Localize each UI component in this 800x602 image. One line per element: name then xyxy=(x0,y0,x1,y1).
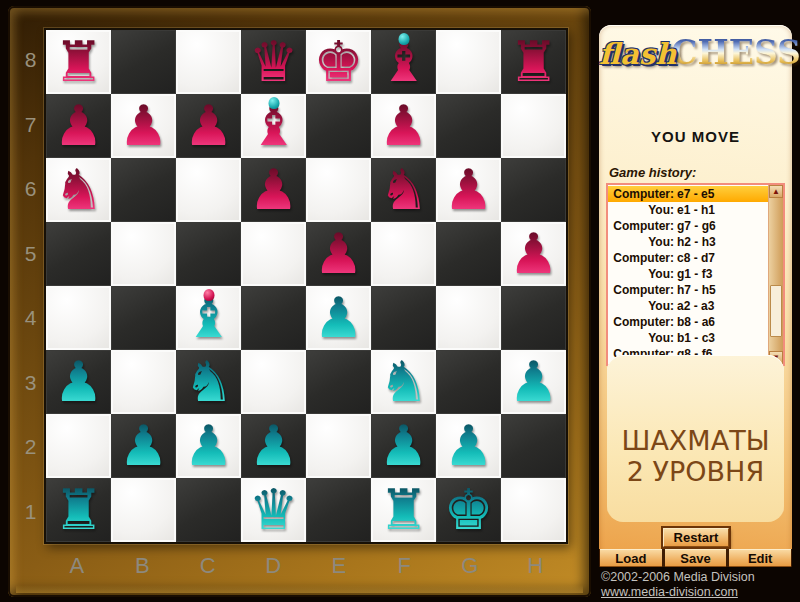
square-a4[interactable] xyxy=(46,286,111,350)
history-row-4[interactable]: Computer:c8 - d7 xyxy=(608,250,768,266)
rank-label-8: 8 xyxy=(17,28,44,93)
piece-cyan-pawn[interactable]: ♟ xyxy=(241,414,306,478)
square-f3[interactable]: ♞ xyxy=(371,350,436,414)
square-a1[interactable]: ♜ xyxy=(46,478,111,542)
history-row-player: You: xyxy=(608,203,674,217)
piece-cyan-rook[interactable]: ♜ xyxy=(46,478,111,542)
knight-glyph: ♞ xyxy=(183,354,233,410)
history-row-5[interactable]: You:g1 - f3 xyxy=(608,266,768,282)
pawn-glyph: ♟ xyxy=(313,290,363,346)
piece-cyan-knight[interactable]: ♞ xyxy=(371,350,436,414)
history-row-player: Computer: xyxy=(608,219,674,233)
rook-glyph: ♜ xyxy=(378,482,428,538)
history-row-move: b8 - a6 xyxy=(677,315,715,329)
rank-label-3: 3 xyxy=(17,351,44,416)
game-history-label: Game history: xyxy=(609,165,696,180)
save-button[interactable]: Save xyxy=(665,549,727,567)
square-a3[interactable]: ♟ xyxy=(46,350,111,414)
square-h4[interactable] xyxy=(501,286,566,350)
piece-red-king[interactable]: ♚ xyxy=(306,30,371,94)
history-row-move: c8 - d7 xyxy=(677,251,715,265)
pawn-glyph: ♟ xyxy=(183,418,233,474)
square-e6[interactable] xyxy=(306,158,371,222)
square-h1[interactable] xyxy=(501,478,566,542)
pawn-glyph: ♟ xyxy=(183,98,233,154)
history-row-8[interactable]: Computer:b8 - a6 xyxy=(608,314,768,330)
rook-glyph: ♜ xyxy=(53,34,103,90)
history-row-9[interactable]: You:b1 - c3 xyxy=(608,330,768,346)
square-c3[interactable]: ♞ xyxy=(176,350,241,414)
file-label-g: G xyxy=(437,550,503,582)
square-c8[interactable] xyxy=(176,30,241,94)
piece-red-pawn[interactable]: ♟ xyxy=(46,94,111,158)
history-row-move: e7 - e5 xyxy=(677,187,714,201)
history-row-move: b1 - c3 xyxy=(677,331,715,345)
square-f8[interactable]: ♝ xyxy=(371,30,436,94)
square-a5[interactable] xyxy=(46,222,111,286)
pawn-glyph: ♟ xyxy=(248,162,298,218)
square-h8[interactable]: ♜ xyxy=(501,30,566,94)
file-label-d: D xyxy=(241,550,307,582)
piece-red-pawn[interactable]: ♟ xyxy=(241,158,306,222)
square-a2[interactable] xyxy=(46,414,111,478)
history-row-player: You: xyxy=(608,267,674,281)
logo-flash-text: flash xyxy=(599,37,676,71)
rank-label-4: 4 xyxy=(17,286,44,351)
pawn-glyph: ♟ xyxy=(118,98,168,154)
history-row-player: Computer: xyxy=(608,251,674,265)
game-history-rows: Computer:e7 - e5You:e1 - h1Computer:g7 -… xyxy=(608,185,768,364)
square-e1[interactable] xyxy=(306,478,371,542)
square-c5[interactable] xyxy=(176,222,241,286)
level-banner-line1: ШАХМАТЫ xyxy=(607,425,784,456)
flashchess-app: 87654321 ♜♛♚♝♜♟♟♟♝♟♞♟♞♟♟♟♝♟♟♞♞♟♟♟♟♟♟♜♛♜♚… xyxy=(0,0,800,602)
game-history-listbox: Computer:e7 - e5You:e1 - h1Computer:g7 -… xyxy=(606,183,785,366)
rank-label-1: 1 xyxy=(17,480,44,545)
file-label-e: E xyxy=(306,550,372,582)
rank-label-6: 6 xyxy=(17,157,44,222)
copyright-text: ©2002-2006 Media Division xyxy=(601,570,755,585)
piece-red-pawn[interactable]: ♟ xyxy=(306,222,371,286)
square-d3[interactable] xyxy=(241,350,306,414)
piece-red-rook[interactable]: ♜ xyxy=(501,30,566,94)
rook-glyph: ♜ xyxy=(508,34,558,90)
pawn-glyph: ♟ xyxy=(508,354,558,410)
square-b6[interactable] xyxy=(111,158,176,222)
history-row-move: h7 - h5 xyxy=(677,283,716,297)
square-f7[interactable]: ♟ xyxy=(371,94,436,158)
square-f5[interactable] xyxy=(371,222,436,286)
file-label-c: C xyxy=(175,550,241,582)
bishop-finial xyxy=(398,33,409,45)
history-row-move: g7 - g6 xyxy=(677,219,716,233)
square-d2[interactable]: ♟ xyxy=(241,414,306,478)
piece-cyan-pawn[interactable]: ♟ xyxy=(46,350,111,414)
history-row-player: Computer: xyxy=(608,283,674,297)
square-f6[interactable]: ♞ xyxy=(371,158,436,222)
square-b8[interactable] xyxy=(111,30,176,94)
queen-glyph: ♛ xyxy=(248,482,298,538)
piece-cyan-pawn[interactable]: ♟ xyxy=(436,414,501,478)
pawn-glyph: ♟ xyxy=(378,98,428,154)
pawn-glyph: ♟ xyxy=(53,98,103,154)
scroll-up-icon: ▲ xyxy=(772,187,780,196)
level-banner: ШАХМАТЫ 2 УРОВНЯ xyxy=(607,355,784,522)
knight-glyph: ♞ xyxy=(378,354,428,410)
piece-cyan-pawn[interactable]: ♟ xyxy=(371,414,436,478)
scrollbar-track[interactable] xyxy=(769,198,783,351)
square-g8[interactable] xyxy=(436,30,501,94)
square-g2[interactable]: ♟ xyxy=(436,414,501,478)
queen-glyph: ♛ xyxy=(248,34,298,90)
website-link[interactable]: www.media-division.com xyxy=(601,585,755,600)
rank-label-5: 5 xyxy=(17,222,44,287)
square-h3[interactable]: ♟ xyxy=(501,350,566,414)
history-row-move: e1 - h1 xyxy=(677,203,715,217)
piece-red-knight[interactable]: ♞ xyxy=(371,158,436,222)
square-g4[interactable] xyxy=(436,286,501,350)
chess-board-frame: 87654321 ♜♛♚♝♜♟♟♟♝♟♞♟♞♟♟♟♝♟♟♞♞♟♟♟♟♟♟♜♛♜♚… xyxy=(8,6,591,597)
logo-chess-text: CHESS xyxy=(671,33,800,72)
history-row-7[interactable]: You:a2 - a3 xyxy=(608,298,768,314)
square-a7[interactable]: ♟ xyxy=(46,94,111,158)
piece-red-knight[interactable]: ♞ xyxy=(46,158,111,222)
pawn-glyph: ♟ xyxy=(378,418,428,474)
piece-red-queen[interactable]: ♛ xyxy=(241,30,306,94)
pawn-glyph: ♟ xyxy=(443,162,493,218)
square-d5[interactable] xyxy=(241,222,306,286)
square-c1[interactable] xyxy=(176,478,241,542)
file-label-h: H xyxy=(503,550,569,582)
rank-label-2: 2 xyxy=(17,415,44,480)
piece-red-bishop[interactable]: ♝ xyxy=(371,30,436,94)
square-e5[interactable]: ♟ xyxy=(306,222,371,286)
level-banner-line2: 2 УРОВНЯ xyxy=(607,456,784,487)
history-row-player: You: xyxy=(608,331,674,345)
bishop-finial xyxy=(203,289,214,301)
square-e4[interactable]: ♟ xyxy=(306,286,371,350)
piece-red-pawn[interactable]: ♟ xyxy=(176,94,241,158)
pawn-glyph: ♟ xyxy=(508,226,558,282)
file-labels: ABCDEFGH xyxy=(44,550,568,582)
history-row-0[interactable]: Computer:e7 - e5 xyxy=(608,186,768,202)
square-b3[interactable] xyxy=(111,350,176,414)
rook-glyph: ♜ xyxy=(53,482,103,538)
knight-glyph: ♞ xyxy=(378,162,428,218)
square-f1[interactable]: ♜ xyxy=(371,478,436,542)
square-d8[interactable]: ♛ xyxy=(241,30,306,94)
history-row-player: You: xyxy=(608,235,674,249)
flashchess-logo: flashCHESS xyxy=(599,33,792,72)
square-g6[interactable]: ♟ xyxy=(436,158,501,222)
piece-cyan-pawn[interactable]: ♟ xyxy=(111,414,176,478)
square-e2[interactable] xyxy=(306,414,371,478)
square-h5[interactable]: ♟ xyxy=(501,222,566,286)
square-d1[interactable]: ♛ xyxy=(241,478,306,542)
scrollbar-thumb[interactable] xyxy=(770,285,782,337)
load-button[interactable]: Load xyxy=(600,549,662,567)
square-d7[interactable]: ♝ xyxy=(241,94,306,158)
square-d6[interactable]: ♟ xyxy=(241,158,306,222)
pawn-glyph: ♟ xyxy=(248,418,298,474)
square-g3[interactable] xyxy=(436,350,501,414)
footer: ©2002-2006 Media Division www.media-divi… xyxy=(601,570,755,599)
pawn-glyph: ♟ xyxy=(443,418,493,474)
piece-red-pawn[interactable]: ♟ xyxy=(501,222,566,286)
board-well: ♜♛♚♝♜♟♟♟♝♟♞♟♞♟♟♟♝♟♟♞♞♟♟♟♟♟♟♜♛♜♚ xyxy=(44,28,568,544)
square-e8[interactable]: ♚ xyxy=(306,30,371,94)
scroll-up-button[interactable]: ▲ xyxy=(769,185,783,198)
square-c4[interactable]: ♝ xyxy=(176,286,241,350)
history-row-3[interactable]: You:h2 - h3 xyxy=(608,234,768,250)
sidebar-panel: flashCHESS YOU MOVE Game history: Comput… xyxy=(599,25,792,566)
pawn-glyph: ♟ xyxy=(53,354,103,410)
piece-red-pawn[interactable]: ♟ xyxy=(111,94,176,158)
board: ♜♛♚♝♜♟♟♟♝♟♞♟♞♟♟♟♝♟♟♞♞♟♟♟♟♟♟♜♛♜♚ xyxy=(46,30,566,542)
restart-button[interactable]: Restart xyxy=(663,528,729,547)
square-e3[interactable] xyxy=(306,350,371,414)
square-a8[interactable]: ♜ xyxy=(46,30,111,94)
history-row-move: a2 - a3 xyxy=(677,299,714,313)
file-label-b: B xyxy=(110,550,176,582)
square-a6[interactable]: ♞ xyxy=(46,158,111,222)
rank-label-7: 7 xyxy=(17,93,44,158)
knight-glyph: ♞ xyxy=(53,162,103,218)
piece-cyan-knight[interactable]: ♞ xyxy=(176,350,241,414)
square-b2[interactable]: ♟ xyxy=(111,414,176,478)
history-row-move: h2 - h3 xyxy=(677,235,716,249)
square-d4[interactable] xyxy=(241,286,306,350)
history-row-player: You: xyxy=(608,299,674,313)
history-row-2[interactable]: Computer:g7 - g6 xyxy=(608,218,768,234)
history-row-1[interactable]: You:e1 - h1 xyxy=(608,202,768,218)
square-c7[interactable]: ♟ xyxy=(176,94,241,158)
piece-red-pawn[interactable]: ♟ xyxy=(371,94,436,158)
history-row-player: Computer: xyxy=(608,315,674,329)
square-e7[interactable] xyxy=(306,94,371,158)
king-glyph: ♚ xyxy=(443,482,493,538)
history-row-6[interactable]: Computer:h7 - h5 xyxy=(608,282,768,298)
square-b5[interactable] xyxy=(111,222,176,286)
history-scrollbar[interactable]: ▲ ▼ xyxy=(768,185,783,364)
piece-red-bishop[interactable]: ♝ xyxy=(241,94,306,158)
square-f2[interactable]: ♟ xyxy=(371,414,436,478)
piece-cyan-bishop[interactable]: ♝ xyxy=(176,286,241,350)
piece-cyan-king[interactable]: ♚ xyxy=(436,478,501,542)
piece-cyan-rook[interactable]: ♜ xyxy=(371,478,436,542)
piece-cyan-pawn[interactable]: ♟ xyxy=(501,350,566,414)
square-h6[interactable] xyxy=(501,158,566,222)
square-h7[interactable] xyxy=(501,94,566,158)
file-buttons-row: Load Save Edit xyxy=(599,549,792,567)
square-b4[interactable] xyxy=(111,286,176,350)
square-f4[interactable] xyxy=(371,286,436,350)
square-g1[interactable]: ♚ xyxy=(436,478,501,542)
file-label-f: F xyxy=(372,550,438,582)
square-g5[interactable] xyxy=(436,222,501,286)
history-row-move: g1 - f3 xyxy=(677,267,712,281)
piece-cyan-pawn[interactable]: ♟ xyxy=(306,286,371,350)
pawn-glyph: ♟ xyxy=(118,418,168,474)
pawn-glyph: ♟ xyxy=(313,226,363,282)
file-label-a: A xyxy=(44,550,110,582)
edit-button[interactable]: Edit xyxy=(729,549,791,567)
turn-status: YOU MOVE xyxy=(599,128,792,145)
king-glyph: ♚ xyxy=(313,34,363,90)
square-g7[interactable] xyxy=(436,94,501,158)
square-c2[interactable]: ♟ xyxy=(176,414,241,478)
history-row-player: Computer: xyxy=(608,187,674,201)
square-b1[interactable] xyxy=(111,478,176,542)
rank-labels: 87654321 xyxy=(17,28,44,544)
square-b7[interactable]: ♟ xyxy=(111,94,176,158)
piece-cyan-pawn[interactable]: ♟ xyxy=(176,414,241,478)
square-c6[interactable] xyxy=(176,158,241,222)
piece-red-rook[interactable]: ♜ xyxy=(46,30,111,94)
bishop-finial xyxy=(268,97,279,109)
square-h2[interactable] xyxy=(501,414,566,478)
piece-red-pawn[interactable]: ♟ xyxy=(436,158,501,222)
piece-cyan-queen[interactable]: ♛ xyxy=(241,478,306,542)
